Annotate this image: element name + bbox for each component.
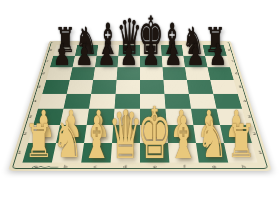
square-d7 bbox=[117, 56, 140, 68]
square-g3 bbox=[191, 109, 220, 125]
square-f1 bbox=[168, 143, 199, 163]
square-h5 bbox=[210, 80, 237, 94]
square-a7 bbox=[50, 56, 75, 68]
square-h7 bbox=[205, 56, 230, 68]
square-h1 bbox=[224, 143, 258, 163]
file-label-a-near: a bbox=[20, 163, 52, 171]
square-c2 bbox=[84, 125, 113, 143]
square-c5 bbox=[91, 80, 116, 94]
square-e6 bbox=[140, 67, 163, 80]
square-c7 bbox=[95, 56, 118, 68]
square-h2 bbox=[220, 125, 252, 143]
square-f8 bbox=[161, 45, 183, 56]
square-f3 bbox=[165, 109, 193, 125]
square-g5 bbox=[187, 80, 213, 94]
square-f6 bbox=[163, 67, 187, 80]
square-g1 bbox=[196, 143, 228, 163]
square-e3 bbox=[140, 109, 167, 125]
square-g4 bbox=[189, 94, 217, 109]
square-a2 bbox=[28, 125, 60, 143]
square-b5 bbox=[67, 80, 93, 94]
square-d3 bbox=[113, 109, 140, 125]
square-d2 bbox=[112, 125, 140, 143]
square-g6 bbox=[185, 67, 210, 80]
file-label-g-near: g bbox=[199, 163, 230, 171]
square-d5 bbox=[116, 80, 140, 94]
square-e5 bbox=[140, 80, 164, 94]
square-h6 bbox=[208, 67, 234, 80]
square-b7 bbox=[72, 56, 96, 68]
square-e1 bbox=[140, 143, 169, 163]
square-a5 bbox=[42, 80, 69, 94]
square-f4 bbox=[164, 94, 191, 109]
square-a3 bbox=[33, 109, 63, 125]
square-d4 bbox=[115, 94, 140, 109]
square-a8 bbox=[53, 45, 77, 56]
square-f7 bbox=[162, 56, 185, 68]
square-d6 bbox=[117, 67, 140, 80]
square-e4 bbox=[140, 94, 165, 109]
square-f2 bbox=[167, 125, 196, 143]
square-b3 bbox=[60, 109, 89, 125]
square-g2 bbox=[193, 125, 224, 143]
square-c3 bbox=[87, 109, 115, 125]
chess-board: aabbccddeeffgghh1122334455667788 bbox=[8, 41, 272, 171]
chess-set-photo: aabbccddeeffgghh1122334455667788 ♜♞♝♛♚♝♞… bbox=[0, 0, 280, 203]
square-b6 bbox=[70, 67, 95, 80]
square-h4 bbox=[213, 94, 242, 109]
square-e7 bbox=[140, 56, 163, 68]
square-g7 bbox=[183, 56, 207, 68]
file-label-f-near: f bbox=[169, 163, 200, 171]
square-b8 bbox=[75, 45, 98, 56]
square-b2 bbox=[56, 125, 87, 143]
file-label-e-near: e bbox=[140, 163, 170, 171]
brand-signature-icon bbox=[30, 164, 61, 170]
square-f5 bbox=[163, 80, 188, 94]
file-label-h-near: h bbox=[228, 163, 260, 171]
square-c8 bbox=[97, 45, 119, 56]
board-grid bbox=[22, 45, 257, 163]
square-a1 bbox=[22, 143, 56, 163]
square-g8 bbox=[182, 45, 205, 56]
square-b4 bbox=[64, 94, 92, 109]
square-a4 bbox=[38, 94, 67, 109]
square-b1 bbox=[52, 143, 84, 163]
square-c1 bbox=[81, 143, 112, 163]
square-a6 bbox=[46, 67, 72, 80]
file-label-d-near: d bbox=[110, 163, 140, 171]
square-d8 bbox=[118, 45, 140, 56]
square-h3 bbox=[216, 109, 246, 125]
square-c4 bbox=[89, 94, 116, 109]
file-label-b-near: b bbox=[50, 163, 81, 171]
square-e2 bbox=[140, 125, 168, 143]
square-e8 bbox=[140, 45, 162, 56]
square-c6 bbox=[93, 67, 117, 80]
file-label-c-near: c bbox=[80, 163, 111, 171]
square-h8 bbox=[203, 45, 227, 56]
square-d1 bbox=[111, 143, 140, 163]
